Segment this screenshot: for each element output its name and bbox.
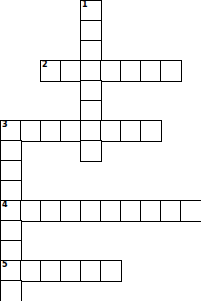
- void-r3c1: [21, 61, 41, 81]
- clue-number-2: 2: [42, 61, 48, 69]
- void-r9c3: [61, 181, 81, 201]
- void-r4c6: [121, 81, 141, 101]
- void-r13c6: [121, 261, 141, 281]
- void-r14c9: [181, 281, 201, 301]
- void-r5c5: [101, 101, 121, 121]
- void-r8c2: [41, 161, 61, 181]
- void-r1c5: [101, 21, 121, 41]
- cell-r10c9[interactable]: [181, 201, 201, 221]
- cell-r12c0[interactable]: [1, 241, 21, 261]
- cell-r13c4[interactable]: [81, 261, 101, 281]
- void-r5c0: [1, 101, 21, 121]
- void-r2c2: [41, 41, 61, 61]
- void-r13c8: [161, 261, 181, 281]
- cell-r6c0[interactable]: 3: [1, 121, 21, 141]
- void-r4c1: [21, 81, 41, 101]
- void-r8c1: [21, 161, 41, 181]
- cell-r10c8[interactable]: [161, 201, 181, 221]
- void-r8c9: [181, 161, 201, 181]
- void-r13c9: [181, 261, 201, 281]
- void-r14c7: [141, 281, 161, 301]
- void-r12c2: [41, 241, 61, 261]
- void-r2c3: [61, 41, 81, 61]
- clue-number-4: 4: [2, 201, 8, 209]
- void-r1c3: [61, 21, 81, 41]
- void-r11c5: [101, 221, 121, 241]
- cell-r10c3[interactable]: [61, 201, 81, 221]
- void-r1c7: [141, 21, 161, 41]
- void-r1c0: [1, 21, 21, 41]
- void-r11c8: [161, 221, 181, 241]
- clue-number-1: 1: [82, 1, 88, 9]
- void-r6c8: [161, 121, 181, 141]
- cell-r2c4[interactable]: [81, 41, 101, 61]
- void-r0c8: [161, 1, 181, 21]
- clue-number-3: 3: [2, 121, 8, 129]
- void-r7c6: [121, 141, 141, 161]
- cell-r13c5[interactable]: [101, 261, 121, 281]
- void-r7c5: [101, 141, 121, 161]
- cell-r10c6[interactable]: [121, 201, 141, 221]
- void-r14c4: [81, 281, 101, 301]
- void-r8c3: [61, 161, 81, 181]
- void-r8c5: [101, 161, 121, 181]
- cell-r13c2[interactable]: [41, 261, 61, 281]
- void-r12c6: [121, 241, 141, 261]
- void-r7c9: [181, 141, 201, 161]
- void-r4c8: [161, 81, 181, 101]
- cell-r6c5[interactable]: [101, 121, 121, 141]
- cell-r3c2[interactable]: 2: [41, 61, 61, 81]
- cell-r11c0[interactable]: [1, 221, 21, 241]
- cell-r5c4[interactable]: [81, 101, 101, 121]
- cell-r0c4[interactable]: 1: [81, 1, 101, 21]
- void-r5c7: [141, 101, 161, 121]
- void-r5c3: [61, 101, 81, 121]
- cell-r3c7[interactable]: [141, 61, 161, 81]
- cell-r6c1[interactable]: [21, 121, 41, 141]
- cell-r3c3[interactable]: [61, 61, 81, 81]
- void-r4c7: [141, 81, 161, 101]
- void-r0c2: [41, 1, 61, 21]
- cell-r9c0[interactable]: [1, 181, 21, 201]
- void-r4c3: [61, 81, 81, 101]
- void-r9c1: [21, 181, 41, 201]
- void-r0c3: [61, 1, 81, 21]
- void-r11c1: [21, 221, 41, 241]
- void-r8c7: [141, 161, 161, 181]
- void-r14c6: [121, 281, 141, 301]
- void-r2c6: [121, 41, 141, 61]
- void-r12c5: [101, 241, 121, 261]
- void-r0c5: [101, 1, 121, 21]
- void-r9c7: [141, 181, 161, 201]
- void-r12c1: [21, 241, 41, 261]
- void-r7c1: [21, 141, 41, 161]
- void-r9c2: [41, 181, 61, 201]
- void-r8c6: [121, 161, 141, 181]
- crossword-grid: 12345: [1, 1, 201, 301]
- void-r4c9: [181, 81, 201, 101]
- void-r5c2: [41, 101, 61, 121]
- void-r12c9: [181, 241, 201, 261]
- void-r14c1: [21, 281, 41, 301]
- cell-r10c1[interactable]: [21, 201, 41, 221]
- void-r9c5: [101, 181, 121, 201]
- cell-r8c0[interactable]: [1, 161, 21, 181]
- void-r9c4: [81, 181, 101, 201]
- void-r2c9: [181, 41, 201, 61]
- cell-r3c8[interactable]: [161, 61, 181, 81]
- cell-r6c4[interactable]: [81, 121, 101, 141]
- void-r0c6: [121, 1, 141, 21]
- void-r0c7: [141, 1, 161, 21]
- void-r12c7: [141, 241, 161, 261]
- void-r11c7: [141, 221, 161, 241]
- void-r7c7: [141, 141, 161, 161]
- cell-r3c4[interactable]: [81, 61, 101, 81]
- void-r9c9: [181, 181, 201, 201]
- crossword-page: 12345: [0, 0, 201, 301]
- void-r2c7: [141, 41, 161, 61]
- cell-r6c7[interactable]: [141, 121, 161, 141]
- void-r5c1: [21, 101, 41, 121]
- void-r2c1: [21, 41, 41, 61]
- cell-r10c2[interactable]: [41, 201, 61, 221]
- void-r6c9: [181, 121, 201, 141]
- cell-r4c4[interactable]: [81, 81, 101, 101]
- void-r3c0: [1, 61, 21, 81]
- void-r5c9: [181, 101, 201, 121]
- cell-r10c7[interactable]: [141, 201, 161, 221]
- void-r9c6: [121, 181, 141, 201]
- void-r7c3: [61, 141, 81, 161]
- cell-r1c4[interactable]: [81, 21, 101, 41]
- cell-r7c0[interactable]: [1, 141, 21, 161]
- cell-r14c0[interactable]: [1, 281, 21, 301]
- void-r2c8: [161, 41, 181, 61]
- void-r1c9: [181, 21, 201, 41]
- void-r1c2: [41, 21, 61, 41]
- void-r2c5: [101, 41, 121, 61]
- void-r8c8: [161, 161, 181, 181]
- cell-r10c0[interactable]: 4: [1, 201, 21, 221]
- void-r2c0: [1, 41, 21, 61]
- void-r12c3: [61, 241, 81, 261]
- void-r14c5: [101, 281, 121, 301]
- void-r0c1: [21, 1, 41, 21]
- void-r11c2: [41, 221, 61, 241]
- cell-r10c5[interactable]: [101, 201, 121, 221]
- void-r1c8: [161, 21, 181, 41]
- void-r1c1: [21, 21, 41, 41]
- void-r11c4: [81, 221, 101, 241]
- void-r14c3: [61, 281, 81, 301]
- cell-r6c3[interactable]: [61, 121, 81, 141]
- void-r5c8: [161, 101, 181, 121]
- cell-r3c6[interactable]: [121, 61, 141, 81]
- void-r0c0: [1, 1, 21, 21]
- void-r14c8: [161, 281, 181, 301]
- void-r12c4: [81, 241, 101, 261]
- void-r12c8: [161, 241, 181, 261]
- void-r11c9: [181, 221, 201, 241]
- cell-r7c4[interactable]: [81, 141, 101, 161]
- clue-number-5: 5: [2, 261, 8, 269]
- void-r14c2: [41, 281, 61, 301]
- void-r4c0: [1, 81, 21, 101]
- void-r11c6: [121, 221, 141, 241]
- void-r9c8: [161, 181, 181, 201]
- void-r7c2: [41, 141, 61, 161]
- void-r11c3: [61, 221, 81, 241]
- cell-r13c1[interactable]: [21, 261, 41, 281]
- cell-r3c5[interactable]: [101, 61, 121, 81]
- void-r5c6: [121, 101, 141, 121]
- cell-r6c6[interactable]: [121, 121, 141, 141]
- void-r4c5: [101, 81, 121, 101]
- void-r13c7: [141, 261, 161, 281]
- void-r0c9: [181, 1, 201, 21]
- void-r8c4: [81, 161, 101, 181]
- cell-r6c2[interactable]: [41, 121, 61, 141]
- cell-r10c4[interactable]: [81, 201, 101, 221]
- void-r4c2: [41, 81, 61, 101]
- void-r1c6: [121, 21, 141, 41]
- cell-r13c0[interactable]: 5: [1, 261, 21, 281]
- void-r3c9: [181, 61, 201, 81]
- cell-r13c3[interactable]: [61, 261, 81, 281]
- void-r7c8: [161, 141, 181, 161]
